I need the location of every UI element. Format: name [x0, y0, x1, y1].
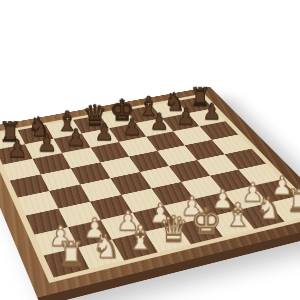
- piece-white-knight-b1[interactable]: ♞: [92, 230, 120, 263]
- piece-black-pawn-a7[interactable]: ♟: [7, 137, 27, 161]
- piece-black-pawn-h7[interactable]: ♟: [202, 101, 221, 123]
- piece-black-pawn-g7[interactable]: ♟: [176, 106, 195, 128]
- product-photo-scene: ♜♞♝♛♚♝♞♜♟♟♟♟♟♟♟♟♟♟♟♟♟♟♟♟♜♞♝♛♚♝♞♜: [0, 0, 300, 300]
- board-frame: ♜♞♝♛♚♝♞♜♟♟♟♟♟♟♟♟♟♟♟♟♟♟♟♟♜♞♝♛♚♝♞♜: [0, 87, 300, 298]
- piece-white-rook-h1[interactable]: ♜: [286, 186, 300, 217]
- piece-black-pawn-b7[interactable]: ♟: [37, 131, 57, 155]
- piece-white-queen-d1[interactable]: ♛: [159, 211, 189, 247]
- board-inner-border: ♜♞♝♛♚♝♞♜♟♟♟♟♟♟♟♟♟♟♟♟♟♟♟♟♜♞♝♛♚♝♞♜: [0, 94, 300, 283]
- chess-board: ♜♞♝♛♚♝♞♜♟♟♟♟♟♟♟♟♟♟♟♟♟♟♟♟♜♞♝♛♚♝♞♜: [0, 87, 300, 298]
- piece-white-king-e1[interactable]: ♚: [191, 203, 222, 239]
- piece-black-pawn-f7[interactable]: ♟: [150, 110, 169, 133]
- board-grid: ♜♞♝♛♚♝♞♜♟♟♟♟♟♟♟♟♟♟♟♟♟♟♟♟♜♞♝♛♚♝♞♜: [0, 96, 300, 277]
- piece-black-pawn-c7[interactable]: ♟: [66, 126, 86, 149]
- piece-white-bishop-f1[interactable]: ♝: [224, 199, 252, 232]
- piece-black-pawn-d7[interactable]: ♟: [94, 121, 114, 144]
- piece-black-pawn-e7[interactable]: ♟: [122, 116, 141, 139]
- piece-white-rook-a1[interactable]: ♜: [57, 238, 86, 272]
- piece-white-knight-g1[interactable]: ♞: [256, 193, 282, 224]
- piece-white-bishop-c1[interactable]: ♝: [126, 221, 155, 255]
